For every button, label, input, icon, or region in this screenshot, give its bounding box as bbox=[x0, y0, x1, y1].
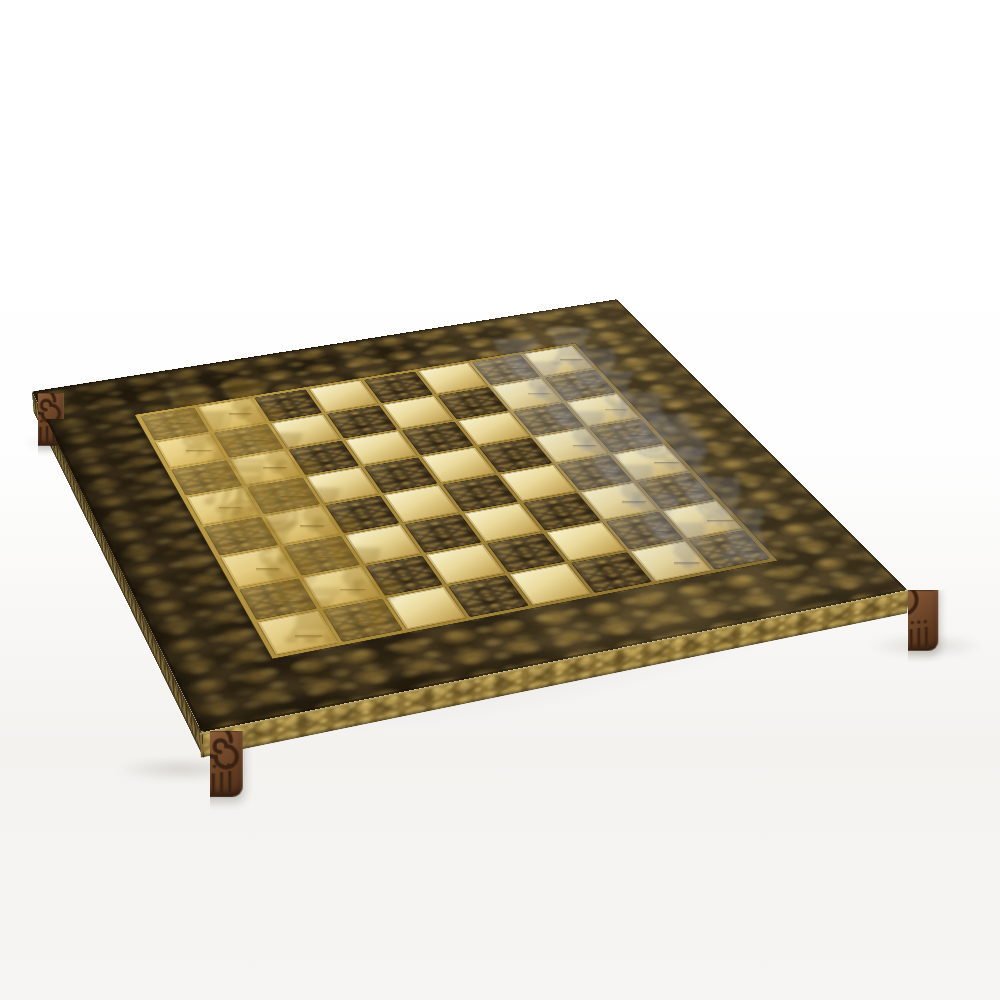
chess-board-plate: ♜♞♝♛♚♝♞♜♟♟♟♟♟♟♟♟♟♟♟♟♟♟♟♟♜♞♝♛♚♝♞♜ bbox=[32, 299, 908, 732]
volute-foot-icon bbox=[877, 581, 938, 650]
product-photo-page: { "game": "chess", "position": "rnbqkbnr… bbox=[0, 0, 1000, 1000]
rook-glyph: ♜ bbox=[254, 558, 336, 649]
pawn-glyph: ♟ bbox=[638, 494, 710, 574]
volute-foot-icon bbox=[177, 721, 243, 797]
scene: ♜♞♝♛♚♝♞♜♟♟♟♟♟♟♟♟♟♟♟♟♟♟♟♟♜♞♝♛♚♝♞♜ bbox=[0, 0, 1000, 1000]
